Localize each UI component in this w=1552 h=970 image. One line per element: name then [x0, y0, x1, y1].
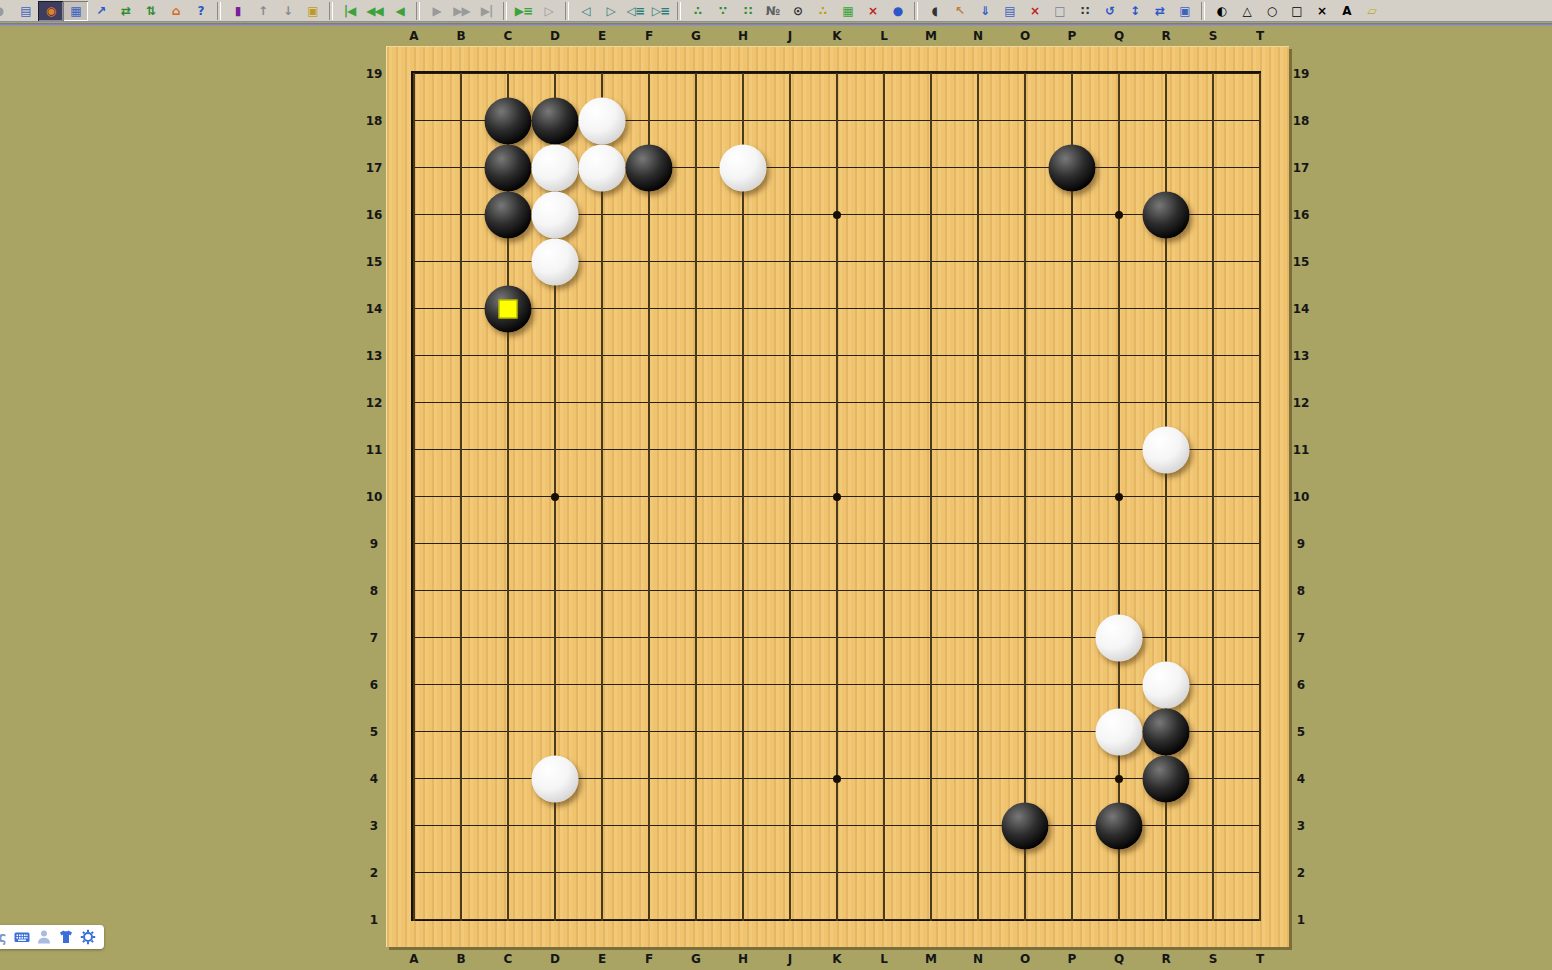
row-label-left-16: 16: [366, 208, 383, 222]
col-label-bottom-M: M: [925, 952, 937, 966]
col-label-top-P: P: [1068, 29, 1077, 43]
white-stone-H17[interactable]: [720, 145, 767, 192]
col-label-bottom-F: F: [645, 952, 653, 966]
white-stone-R6[interactable]: [1143, 662, 1190, 709]
row-label-right-7: 7: [1297, 631, 1305, 645]
col-label-bottom-P: P: [1068, 952, 1077, 966]
row-label-right-12: 12: [1293, 396, 1310, 410]
tshirt-icon[interactable]: [58, 929, 74, 945]
col-label-bottom-G: G: [691, 952, 701, 966]
col-label-bottom-Q: Q: [1114, 952, 1124, 966]
row-label-left-17: 17: [366, 161, 383, 175]
col-label-bottom-R: R: [1161, 952, 1170, 966]
last-move-marker: [499, 300, 518, 319]
row-label-left-5: 5: [370, 725, 378, 739]
row-label-left-9: 9: [370, 537, 378, 551]
col-label-top-S: S: [1209, 29, 1218, 43]
row-label-right-8: 8: [1297, 584, 1305, 598]
row-label-right-2: 2: [1297, 866, 1305, 880]
row-label-right-10: 10: [1293, 490, 1310, 504]
black-stone-D18[interactable]: [532, 98, 579, 145]
row-label-right-19: 19: [1293, 67, 1310, 81]
row-label-left-1: 1: [370, 913, 378, 927]
white-stone-R11[interactable]: [1143, 427, 1190, 474]
white-stone-D15[interactable]: [532, 239, 579, 286]
row-label-right-11: 11: [1293, 443, 1310, 457]
col-label-bottom-H: H: [738, 952, 748, 966]
row-label-left-10: 10: [366, 490, 383, 504]
white-stone-E17[interactable]: [579, 145, 626, 192]
col-label-bottom-S: S: [1209, 952, 1218, 966]
white-stone-Q7[interactable]: [1096, 615, 1143, 662]
col-label-top-R: R: [1161, 29, 1170, 43]
col-label-top-F: F: [645, 29, 653, 43]
row-label-right-15: 15: [1293, 255, 1310, 269]
col-label-bottom-J: J: [788, 952, 792, 966]
white-stone-D16[interactable]: [532, 192, 579, 239]
col-label-top-G: G: [691, 29, 701, 43]
col-label-top-D: D: [550, 29, 560, 43]
overlay-toolbar: ς: [0, 925, 104, 949]
col-label-bottom-L: L: [880, 952, 888, 966]
row-label-left-8: 8: [370, 584, 378, 598]
row-label-right-9: 9: [1297, 537, 1305, 551]
row-label-left-2: 2: [370, 866, 378, 880]
white-stone-D4[interactable]: [532, 756, 579, 803]
star-point-D10: [551, 493, 559, 501]
col-label-top-A: A: [409, 29, 418, 43]
col-label-bottom-O: O: [1020, 952, 1030, 966]
white-stone-E18[interactable]: [579, 98, 626, 145]
row-label-left-18: 18: [366, 114, 383, 128]
row-label-right-1: 1: [1297, 913, 1305, 927]
clipped-icon[interactable]: ς: [0, 929, 8, 945]
row-label-right-3: 3: [1297, 819, 1305, 833]
row-label-right-13: 13: [1293, 349, 1310, 363]
col-label-bottom-B: B: [456, 952, 465, 966]
col-label-bottom-N: N: [973, 952, 983, 966]
black-stone-F17[interactable]: [626, 145, 673, 192]
col-label-top-C: C: [504, 29, 513, 43]
row-label-right-16: 16: [1293, 208, 1310, 222]
row-label-left-7: 7: [370, 631, 378, 645]
col-label-top-H: H: [738, 29, 748, 43]
row-label-left-4: 4: [370, 772, 378, 786]
black-stone-C17[interactable]: [485, 145, 532, 192]
row-label-left-15: 15: [366, 255, 383, 269]
black-stone-C16[interactable]: [485, 192, 532, 239]
star-point-K10: [833, 493, 841, 501]
star-point-K16: [833, 211, 841, 219]
col-label-top-E: E: [598, 29, 606, 43]
row-label-left-13: 13: [366, 349, 383, 363]
black-stone-O3[interactable]: [1002, 803, 1049, 850]
board-layer: AABBCCDDEEFFGGHHJJKKLLMMNNOOPPQQRRSSTT19…: [0, 0, 1552, 970]
row-label-left-6: 6: [370, 678, 378, 692]
white-stone-Q5[interactable]: [1096, 709, 1143, 756]
star-point-Q10: [1115, 493, 1123, 501]
black-stone-Q3[interactable]: [1096, 803, 1143, 850]
keyboard-icon[interactable]: [14, 929, 30, 945]
col-label-top-O: O: [1020, 29, 1030, 43]
col-label-bottom-A: A: [409, 952, 418, 966]
row-label-right-4: 4: [1297, 772, 1305, 786]
gear-icon[interactable]: [80, 929, 96, 945]
col-label-top-Q: Q: [1114, 29, 1124, 43]
black-stone-R4[interactable]: [1143, 756, 1190, 803]
person-icon[interactable]: [36, 929, 52, 945]
col-label-top-J: J: [788, 29, 792, 43]
star-point-Q4: [1115, 775, 1123, 783]
black-stone-C18[interactable]: [485, 98, 532, 145]
col-label-top-B: B: [456, 29, 465, 43]
black-stone-P17[interactable]: [1049, 145, 1096, 192]
star-point-K4: [833, 775, 841, 783]
col-label-top-L: L: [880, 29, 888, 43]
row-label-right-5: 5: [1297, 725, 1305, 739]
col-label-top-M: M: [925, 29, 937, 43]
col-label-bottom-T: T: [1256, 952, 1264, 966]
black-stone-R16[interactable]: [1143, 192, 1190, 239]
col-label-bottom-D: D: [550, 952, 560, 966]
col-label-bottom-K: K: [832, 952, 841, 966]
row-label-left-14: 14: [366, 302, 383, 316]
col-label-bottom-C: C: [504, 952, 513, 966]
white-stone-D17[interactable]: [532, 145, 579, 192]
row-label-right-17: 17: [1293, 161, 1310, 175]
black-stone-R5[interactable]: [1143, 709, 1190, 756]
row-label-left-3: 3: [370, 819, 378, 833]
row-label-left-12: 12: [366, 396, 383, 410]
col-label-bottom-E: E: [598, 952, 606, 966]
col-label-top-N: N: [973, 29, 983, 43]
col-label-top-K: K: [832, 29, 841, 43]
row-label-left-11: 11: [366, 443, 383, 457]
row-label-right-14: 14: [1293, 302, 1310, 316]
row-label-right-6: 6: [1297, 678, 1305, 692]
star-point-Q16: [1115, 211, 1123, 219]
row-label-left-19: 19: [366, 67, 383, 81]
col-label-top-T: T: [1256, 29, 1264, 43]
row-label-right-18: 18: [1293, 114, 1310, 128]
